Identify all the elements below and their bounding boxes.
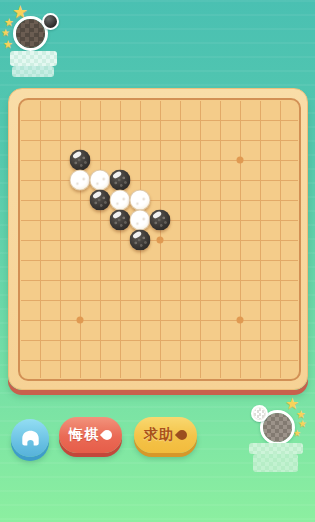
stone-black-h9 [150, 210, 171, 231]
stone-white-g10 [130, 190, 151, 211]
stone-black-g8 [130, 230, 151, 251]
help-button-label: 求助 [144, 426, 174, 444]
drop-icon [100, 428, 114, 442]
undo-move-button[interactable]: 悔棋 [59, 417, 122, 453]
stone-black-f11 [110, 170, 131, 191]
home-icon [19, 428, 42, 449]
player-black-name-censored [10, 51, 57, 66]
player-black-name-censored [12, 66, 54, 77]
star-point [237, 317, 244, 324]
game-board [8, 88, 308, 390]
white-stone-badge [251, 405, 268, 422]
board-grid[interactable] [21, 101, 298, 378]
star-icon: ★ [1, 28, 10, 38]
star-icon: ★ [3, 39, 13, 50]
stone-white-f10 [110, 190, 131, 211]
player-white-name-censored [249, 443, 303, 454]
home-button[interactable] [11, 419, 49, 457]
star-point [77, 317, 84, 324]
board-frame [18, 98, 301, 381]
player-white-name-censored [253, 454, 298, 472]
star-point [157, 237, 164, 244]
stone-white-e11 [90, 170, 111, 191]
game-screen: ★ ★ ★ ★ 悔棋 求助 ★ ★ ★ ★ [0, 0, 315, 522]
stone-white-g9 [130, 210, 151, 231]
ask-help-button[interactable]: 求助 [134, 417, 197, 453]
player-black-avatar-censored-image [16, 19, 45, 48]
white-stone-badge-censored [254, 408, 265, 419]
star-point [237, 157, 244, 164]
undo-button-label: 悔棋 [69, 426, 99, 444]
black-stone-badge [42, 13, 59, 30]
player-white-avatar-censored-image [263, 413, 292, 442]
drop-icon [175, 428, 189, 442]
stone-black-e10 [90, 190, 111, 211]
stone-white-d11 [70, 170, 91, 191]
stone-black-d12 [70, 150, 91, 171]
stone-black-f9 [110, 210, 131, 231]
